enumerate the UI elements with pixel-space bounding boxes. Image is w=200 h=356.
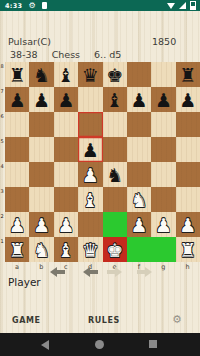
square-f5[interactable] (127, 137, 151, 162)
status-bar: 4:33 ⚙ (0, 0, 200, 11)
last-move-text: 6.. d5 (94, 49, 121, 60)
piece-wN-f3: ♞ (127, 187, 151, 212)
rules-button[interactable]: RULES (88, 316, 120, 325)
square-a7[interactable]: ♟ (5, 87, 29, 112)
piece-wR-h1: ♜ (176, 237, 200, 262)
square-f8[interactable] (127, 62, 151, 87)
square-b2[interactable]: ♟ (29, 212, 53, 237)
battery-icon (190, 1, 196, 10)
square-g4[interactable] (151, 162, 175, 187)
square-b5[interactable] (29, 137, 53, 162)
piece-wB-c1: ♝ (54, 237, 78, 262)
square-g2[interactable]: ♟ (151, 212, 175, 237)
piece-bP-c7: ♟ (54, 87, 78, 112)
piece-bP-h7: ♟ (176, 87, 200, 112)
square-e8[interactable]: ♚ (103, 62, 127, 87)
square-c6[interactable] (54, 112, 78, 137)
piece-bB-e7: ♝ (103, 87, 127, 112)
home-icon[interactable] (95, 340, 104, 349)
clock-display: 38-38 (10, 49, 38, 60)
square-e6[interactable] (103, 112, 127, 137)
piece-bB-c8: ♝ (54, 62, 78, 87)
rank-label-2: 2 (1, 213, 6, 219)
piece-bR-h8: ♜ (176, 62, 200, 87)
square-g1[interactable] (151, 237, 175, 262)
square-b6[interactable] (29, 112, 53, 137)
piece-wP-b2: ♟ (29, 212, 53, 237)
nav-forward-button[interactable] (106, 267, 122, 277)
square-h8[interactable]: ♜ (176, 62, 200, 87)
square-e5[interactable] (103, 137, 127, 162)
variant-label: Chess (52, 49, 80, 60)
square-f7[interactable]: ♟ (127, 87, 151, 112)
square-h3[interactable] (176, 187, 200, 212)
square-h5[interactable] (176, 137, 200, 162)
square-e3[interactable] (103, 187, 127, 212)
square-b4[interactable] (29, 162, 53, 187)
square-c4[interactable] (54, 162, 78, 187)
square-d4[interactable]: ♟ (78, 162, 102, 187)
rank-label-8: 8 (1, 63, 6, 69)
gear-icon: ⚙ (28, 0, 35, 11)
square-b8[interactable]: ♞ (29, 62, 53, 87)
nav-back-fast-button[interactable] (50, 267, 66, 277)
piece-bP-b7: ♟ (29, 87, 53, 112)
square-f2[interactable]: ♟ (127, 212, 151, 237)
piece-bN-e4: ♞ (103, 162, 127, 187)
piece-wK-e1: ♚ (103, 237, 127, 262)
player-name: Player (8, 276, 41, 288)
clock-time: 4:33 (5, 2, 22, 10)
piece-wP-h2: ♟ (176, 212, 200, 237)
square-a2[interactable]: ♟ (5, 212, 29, 237)
piece-wP-f2: ♟ (127, 212, 151, 237)
recents-icon[interactable] (149, 340, 157, 348)
settings-gear-icon[interactable]: ⚙ (172, 313, 182, 326)
nav-forward-fast-button[interactable] (136, 267, 152, 277)
piece-bN-b8: ♞ (29, 62, 53, 87)
piece-bP-d5: ♟ (78, 137, 102, 162)
square-b3[interactable] (29, 187, 53, 212)
piece-wP-c2: ♟ (54, 212, 78, 237)
square-a6[interactable] (5, 112, 29, 137)
square-e2[interactable] (103, 212, 127, 237)
opponent-rating: 1850 (152, 36, 176, 47)
opponent-name: Pulsar(C) (8, 36, 51, 47)
chess-board[interactable]: ♜♞♝♛♚♜♟♟♟♝♟♟♟♟♟♞♝♞♟♟♟♟♟♟♜♞♝♛♚♜ (5, 62, 200, 262)
square-c8[interactable]: ♝ (54, 62, 78, 87)
square-a3[interactable] (5, 187, 29, 212)
android-nav-bar (0, 333, 200, 356)
document-icon (42, 2, 47, 9)
status-icons (167, 1, 196, 10)
square-g7[interactable]: ♟ (151, 87, 175, 112)
square-f3[interactable]: ♞ (127, 187, 151, 212)
piece-wQ-d1: ♛ (78, 237, 102, 262)
square-a1[interactable]: ♜ (5, 237, 29, 262)
file-label-b: b (36, 263, 46, 271)
signal-icon (179, 2, 186, 9)
piece-wR-a1: ♜ (5, 237, 29, 262)
back-icon[interactable] (41, 340, 49, 350)
square-g3[interactable] (151, 187, 175, 212)
square-e7[interactable]: ♝ (103, 87, 127, 112)
square-h7[interactable]: ♟ (176, 87, 200, 112)
file-label-h: h (183, 263, 193, 271)
square-c7[interactable]: ♟ (54, 87, 78, 112)
file-label-g: g (158, 263, 168, 271)
square-d1[interactable]: ♛ (78, 237, 102, 262)
game-status-line: 38-38 Chess 6.. d5 (10, 49, 132, 60)
square-f4[interactable] (127, 162, 151, 187)
square-h1[interactable]: ♜ (176, 237, 200, 262)
square-e4[interactable]: ♞ (103, 162, 127, 187)
rank-label-4: 4 (1, 163, 6, 169)
piece-bQ-d8: ♛ (78, 62, 102, 87)
square-h6[interactable] (176, 112, 200, 137)
square-d8[interactable]: ♛ (78, 62, 102, 87)
game-button[interactable]: GAME (12, 316, 41, 325)
square-g6[interactable] (151, 112, 175, 137)
piece-bP-a7: ♟ (5, 87, 29, 112)
nav-back-button[interactable] (83, 267, 99, 277)
piece-wP-g2: ♟ (151, 212, 175, 237)
square-c5[interactable] (54, 137, 78, 162)
rank-label-3: 3 (1, 188, 6, 194)
piece-wP-a2: ♟ (5, 212, 29, 237)
square-b1[interactable]: ♞ (29, 237, 53, 262)
rank-label-5: 5 (1, 138, 6, 144)
square-c1[interactable]: ♝ (54, 237, 78, 262)
square-f1[interactable] (127, 237, 151, 262)
square-a8[interactable]: ♜ (5, 62, 29, 87)
piece-wP-d4: ♟ (78, 162, 102, 187)
piece-bK-e8: ♚ (103, 62, 127, 87)
phone-screen: 4:33 ⚙ Pulsar(C) 1850 38-38 Chess 6.. d5… (0, 0, 200, 356)
square-d2[interactable] (78, 212, 102, 237)
rank-label-6: 6 (1, 113, 6, 119)
square-f6[interactable] (127, 112, 151, 137)
rank-label-7: 7 (1, 88, 6, 94)
wifi-icon (167, 3, 175, 9)
square-c3[interactable] (54, 187, 78, 212)
square-c2[interactable]: ♟ (54, 212, 78, 237)
file-label-a: a (12, 263, 22, 271)
piece-bP-g7: ♟ (151, 87, 175, 112)
piece-wN-b1: ♞ (29, 237, 53, 262)
square-h2[interactable]: ♟ (176, 212, 200, 237)
square-e1[interactable]: ♚ (103, 237, 127, 262)
square-h4[interactable] (176, 162, 200, 187)
square-b7[interactable]: ♟ (29, 87, 53, 112)
piece-wB-d3: ♝ (78, 187, 102, 212)
square-d6[interactable] (78, 112, 102, 137)
rank-label-1: 1 (1, 238, 6, 244)
square-g5[interactable] (151, 137, 175, 162)
square-d7[interactable] (78, 87, 102, 112)
square-g8[interactable] (151, 62, 175, 87)
square-d5[interactable]: ♟ (78, 137, 102, 162)
piece-bR-a8: ♜ (5, 62, 29, 87)
piece-bP-f7: ♟ (127, 87, 151, 112)
square-a5[interactable] (5, 137, 29, 162)
square-d3[interactable]: ♝ (78, 187, 102, 212)
square-a4[interactable] (5, 162, 29, 187)
